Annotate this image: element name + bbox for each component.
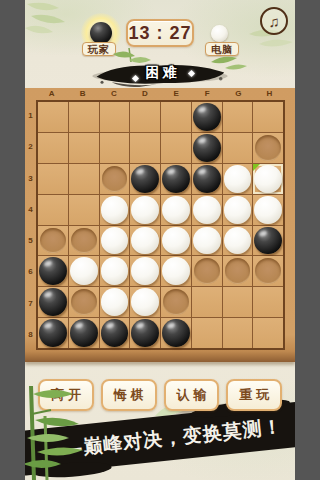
computer-stone-white	[211, 25, 228, 42]
black-stone	[70, 319, 98, 347]
cell-A6[interactable]	[38, 256, 68, 286]
white-stone	[101, 257, 129, 285]
white-stone	[224, 165, 252, 193]
cell-G6[interactable]	[223, 256, 253, 286]
col-label-H: H	[254, 88, 285, 100]
white-stone	[162, 257, 190, 285]
cell-A2[interactable]	[38, 133, 68, 163]
white-stone	[131, 288, 159, 316]
white-stone	[224, 227, 252, 255]
legal-move-hint	[40, 228, 66, 254]
black-stone	[101, 319, 129, 347]
cell-C3[interactable]	[100, 164, 130, 194]
row-label-2: 2	[25, 131, 36, 162]
cell-G2[interactable]	[223, 133, 253, 163]
cell-E2[interactable]	[161, 133, 191, 163]
cell-D2[interactable]	[130, 133, 160, 163]
slogan-banner: ——巅峰对决，变换莫测！	[25, 400, 295, 477]
row-labels: 12345678	[25, 100, 36, 350]
white-stone	[162, 196, 190, 224]
cell-D6[interactable]	[130, 256, 160, 286]
cell-G3[interactable]	[223, 164, 253, 194]
player-stone-black	[90, 22, 112, 44]
col-label-D: D	[129, 88, 160, 100]
cell-H1[interactable]	[253, 102, 283, 132]
music-toggle-button[interactable]: ♫	[260, 7, 288, 35]
cell-B7[interactable]	[69, 287, 99, 317]
white-stone	[101, 227, 129, 255]
legal-move-hint	[225, 258, 251, 284]
cell-D7[interactable]	[130, 287, 160, 317]
black-stone	[162, 319, 190, 347]
cell-E4[interactable]	[161, 195, 191, 225]
cell-A7[interactable]	[38, 287, 68, 317]
cell-D4[interactable]	[130, 195, 160, 225]
col-label-F: F	[192, 88, 223, 100]
cell-B5[interactable]	[69, 226, 99, 256]
cell-H2[interactable]	[253, 133, 283, 163]
cell-C1[interactable]	[100, 102, 130, 132]
white-stone	[131, 227, 159, 255]
cell-H8[interactable]	[253, 318, 283, 348]
cell-B1[interactable]	[69, 102, 99, 132]
cell-E8[interactable]	[161, 318, 191, 348]
cell-A4[interactable]	[38, 195, 68, 225]
cell-H5[interactable]	[253, 226, 283, 256]
cell-F5[interactable]	[192, 226, 222, 256]
black-stone	[193, 165, 221, 193]
white-stone	[101, 196, 129, 224]
cell-G5[interactable]	[223, 226, 253, 256]
cell-E3[interactable]	[161, 164, 191, 194]
cell-A3[interactable]	[38, 164, 68, 194]
row-label-1: 1	[25, 100, 36, 131]
legal-move-hint	[255, 258, 281, 284]
white-stone	[193, 227, 221, 255]
cell-D1[interactable]	[130, 102, 160, 132]
computer-label: 电脑	[205, 42, 239, 56]
cell-C6[interactable]	[100, 256, 130, 286]
cell-F8[interactable]	[192, 318, 222, 348]
cell-C4[interactable]	[100, 195, 130, 225]
reversi-board: ABCDEFGH 12345678	[25, 88, 295, 362]
cell-D3[interactable]	[130, 164, 160, 194]
cell-F6[interactable]	[192, 256, 222, 286]
cell-G7[interactable]	[223, 287, 253, 317]
music-note-icon: ♫	[268, 13, 279, 30]
cell-F2[interactable]	[192, 133, 222, 163]
board-grid	[36, 100, 285, 350]
cell-B3[interactable]	[69, 164, 99, 194]
legal-move-hint	[255, 135, 281, 161]
white-stone	[224, 196, 252, 224]
black-stone	[39, 288, 67, 316]
black-stone	[193, 103, 221, 131]
cell-C8[interactable]	[100, 318, 130, 348]
col-label-G: G	[223, 88, 254, 100]
col-label-C: C	[98, 88, 129, 100]
reversi-game-screen: 玩家 13 : 27 电脑 ♫ 困难 ABCDEFGH 12345678 离开悔…	[25, 0, 295, 480]
cell-F1[interactable]	[192, 102, 222, 132]
white-stone	[131, 257, 159, 285]
action-button-重玩[interactable]: 重玩	[226, 379, 282, 411]
cell-A1[interactable]	[38, 102, 68, 132]
black-stone	[193, 134, 221, 162]
cell-F7[interactable]	[192, 287, 222, 317]
cell-C7[interactable]	[100, 287, 130, 317]
column-labels: ABCDEFGH	[36, 88, 285, 100]
row-label-7: 7	[25, 288, 36, 319]
cell-G8[interactable]	[223, 318, 253, 348]
black-stone	[254, 227, 282, 255]
legal-move-hint	[194, 258, 220, 284]
cell-A5[interactable]	[38, 226, 68, 256]
action-button-悔棋[interactable]: 悔棋	[101, 379, 157, 411]
white-stone	[101, 288, 129, 316]
row-label-4: 4	[25, 194, 36, 225]
cell-F3[interactable]	[192, 164, 222, 194]
cell-B8[interactable]	[69, 318, 99, 348]
cell-A8[interactable]	[38, 318, 68, 348]
slogan-text: ——巅峰对决，变换莫测！	[42, 413, 283, 464]
action-button-认输[interactable]: 认输	[164, 379, 220, 411]
white-stone	[70, 257, 98, 285]
cell-C2[interactable]	[100, 133, 130, 163]
action-bar: 离开悔棋认输重玩	[38, 379, 282, 411]
cell-F4[interactable]	[192, 195, 222, 225]
cell-G1[interactable]	[223, 102, 253, 132]
cell-E5[interactable]	[161, 226, 191, 256]
cell-H6[interactable]	[253, 256, 283, 286]
cell-E6[interactable]	[161, 256, 191, 286]
black-stone	[131, 165, 159, 193]
legal-move-hint	[71, 228, 97, 254]
row-label-6: 6	[25, 256, 36, 287]
cell-H4[interactable]	[253, 195, 283, 225]
col-label-E: E	[161, 88, 192, 100]
col-label-A: A	[36, 88, 67, 100]
game-timer: 13 : 27	[126, 19, 194, 47]
cell-B2[interactable]	[69, 133, 99, 163]
black-stone	[131, 319, 159, 347]
action-button-离开[interactable]: 离开	[38, 379, 94, 411]
white-stone	[254, 196, 282, 224]
row-label-8: 8	[25, 319, 36, 350]
cell-G4[interactable]	[223, 195, 253, 225]
row-label-5: 5	[25, 225, 36, 256]
row-label-3: 3	[25, 163, 36, 194]
legal-move-hint	[71, 289, 97, 315]
cell-H7[interactable]	[253, 287, 283, 317]
cell-H3[interactable]	[253, 164, 283, 194]
player-label: 玩家	[82, 42, 116, 56]
cell-B4[interactable]	[69, 195, 99, 225]
white-stone	[131, 196, 159, 224]
legal-move-hint	[102, 166, 128, 192]
cell-E7[interactable]	[161, 287, 191, 317]
col-label-B: B	[67, 88, 98, 100]
cell-B6[interactable]	[69, 256, 99, 286]
black-stone	[162, 165, 190, 193]
legal-move-hint	[163, 289, 189, 315]
white-stone	[254, 165, 282, 193]
cell-C5[interactable]	[100, 226, 130, 256]
black-stone	[39, 319, 67, 347]
cell-D8[interactable]	[130, 318, 160, 348]
white-stone	[193, 196, 221, 224]
cell-D5[interactable]	[130, 226, 160, 256]
white-stone	[162, 227, 190, 255]
black-stone	[39, 257, 67, 285]
cell-E1[interactable]	[161, 102, 191, 132]
